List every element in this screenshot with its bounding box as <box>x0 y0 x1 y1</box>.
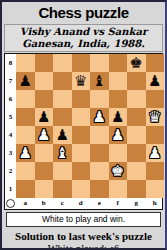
square-f1 <box>109 180 128 198</box>
square-a5 <box>16 108 35 126</box>
rank-label-6: 6 <box>5 90 16 108</box>
white-to-move-circle-icon <box>6 199 15 208</box>
players-line: Vishy Anand vs Sankar <box>5 26 162 38</box>
file-label-b: b <box>35 198 54 209</box>
square-c3: ♝ <box>53 144 72 162</box>
square-g8: ♚ <box>127 54 146 72</box>
black-queen-piece: ♛ <box>74 74 87 89</box>
white-pawn-piece: ♟ <box>93 110 106 125</box>
square-d7: ♛ <box>72 72 91 90</box>
square-b4: ♟ <box>35 126 54 144</box>
square-b1 <box>35 180 54 198</box>
white-pawn-piece: ♟ <box>37 128 50 143</box>
square-d2 <box>72 162 91 180</box>
square-h8 <box>146 54 165 72</box>
black-bishop-piece: ♝ <box>93 74 106 89</box>
square-g1 <box>127 180 146 198</box>
black-pawn-piece: ♟ <box>37 110 50 125</box>
square-h4 <box>146 126 165 144</box>
square-b2 <box>35 162 54 180</box>
file-label-a: a <box>16 198 35 209</box>
square-c6 <box>53 90 72 108</box>
square-e3 <box>90 144 109 162</box>
black-king-piece: ♚ <box>130 56 143 71</box>
square-c8 <box>53 54 72 72</box>
square-g3 <box>127 144 146 162</box>
square-h3: ♟ <box>146 144 165 162</box>
rank-label-3: 3 <box>5 144 16 162</box>
solution-title: Solution to last week's puzzle <box>2 230 165 243</box>
square-b5: ♟ <box>35 108 54 126</box>
black-pawn-piece: ♟ <box>56 128 69 143</box>
rank-label-5: 5 <box>5 108 16 126</box>
white-king-piece: ♚ <box>111 164 124 179</box>
chess-puzzle-panel: Chess puzzle Vishy Anand vs Sankar Ganes… <box>0 0 167 250</box>
square-b8 <box>35 54 54 72</box>
square-a2 <box>16 162 35 180</box>
board-squares: ♚♟♛♝♟♟♟♟♛♟♟♟♟♝♟♚ <box>16 54 164 198</box>
file-labels: abcdefgh <box>16 198 164 209</box>
white-pawn-piece: ♟ <box>111 128 124 143</box>
square-h6 <box>146 90 165 108</box>
square-b7 <box>35 72 54 90</box>
square-d8 <box>72 54 91 72</box>
square-f3 <box>109 144 128 162</box>
square-f7 <box>109 72 128 90</box>
rank-label-4: 4 <box>5 126 16 144</box>
square-h1 <box>146 180 165 198</box>
black-pawn-piece: ♟ <box>19 74 32 89</box>
square-f2: ♚ <box>109 162 128 180</box>
square-c4: ♟ <box>53 126 72 144</box>
rank-label-1: 1 <box>5 180 16 198</box>
white-pawn-piece: ♟ <box>148 146 161 161</box>
solution-section: Solution to last week's puzzle White pla… <box>2 230 165 250</box>
square-h5: ♛ <box>146 108 165 126</box>
square-d5 <box>72 108 91 126</box>
square-d4 <box>72 126 91 144</box>
square-c1 <box>53 180 72 198</box>
black-pawn-piece: ♟ <box>111 110 124 125</box>
chess-board: 87654321 ♚♟♛♝♟♟♟♟♛♟♟♟♟♝♟♚ abcdefgh <box>4 53 163 210</box>
square-a1 <box>16 180 35 198</box>
file-label-h: h <box>146 198 165 209</box>
rank-labels: 87654321 <box>5 54 16 198</box>
square-h2 <box>146 162 165 180</box>
file-label-g: g <box>127 198 146 209</box>
square-b6 <box>35 90 54 108</box>
square-e8 <box>90 54 109 72</box>
square-d1 <box>72 180 91 198</box>
square-c5 <box>53 108 72 126</box>
square-f8 <box>109 54 128 72</box>
square-g4 <box>127 126 146 144</box>
square-a3: ♟ <box>16 144 35 162</box>
square-b3 <box>35 144 54 162</box>
square-e7: ♝ <box>90 72 109 90</box>
rank-label-7: 7 <box>5 72 16 90</box>
square-g6 <box>127 90 146 108</box>
white-bishop-piece: ♝ <box>56 146 69 161</box>
square-a8 <box>16 54 35 72</box>
white-queen-piece: ♛ <box>148 110 161 125</box>
square-h7: ♟ <box>146 72 165 90</box>
square-a7: ♟ <box>16 72 35 90</box>
file-label-d: d <box>72 198 91 209</box>
square-e6 <box>90 90 109 108</box>
black-pawn-piece: ♟ <box>148 74 161 89</box>
square-d6 <box>72 90 91 108</box>
rank-label-8: 8 <box>5 54 16 72</box>
square-e4 <box>90 126 109 144</box>
rank-label-2: 2 <box>5 162 16 180</box>
side-to-move-indicator <box>5 198 16 209</box>
square-f4: ♟ <box>109 126 128 144</box>
square-c7 <box>53 72 72 90</box>
file-label-e: e <box>90 198 109 209</box>
square-f6 <box>109 90 128 108</box>
page-title: Chess puzzle <box>2 2 165 23</box>
square-g5 <box>127 108 146 126</box>
file-label-f: f <box>109 198 128 209</box>
square-g7 <box>127 72 146 90</box>
event-line: Ganesan, India, 1988. <box>5 38 162 50</box>
square-c2 <box>53 162 72 180</box>
white-pawn-piece: ♟ <box>19 146 32 161</box>
puzzle-instruction: White to play and win. <box>6 212 161 227</box>
game-players-caption: Vishy Anand vs Sankar Ganesan, India, 19… <box>4 24 163 52</box>
file-label-c: c <box>53 198 72 209</box>
square-g2 <box>127 162 146 180</box>
square-a4 <box>16 126 35 144</box>
square-e5: ♟ <box>90 108 109 126</box>
square-f5: ♟ <box>109 108 128 126</box>
square-e1 <box>90 180 109 198</box>
square-e2 <box>90 162 109 180</box>
square-d3 <box>72 144 91 162</box>
square-a6 <box>16 90 35 108</box>
solution-move: White played: e6 <box>2 243 165 250</box>
